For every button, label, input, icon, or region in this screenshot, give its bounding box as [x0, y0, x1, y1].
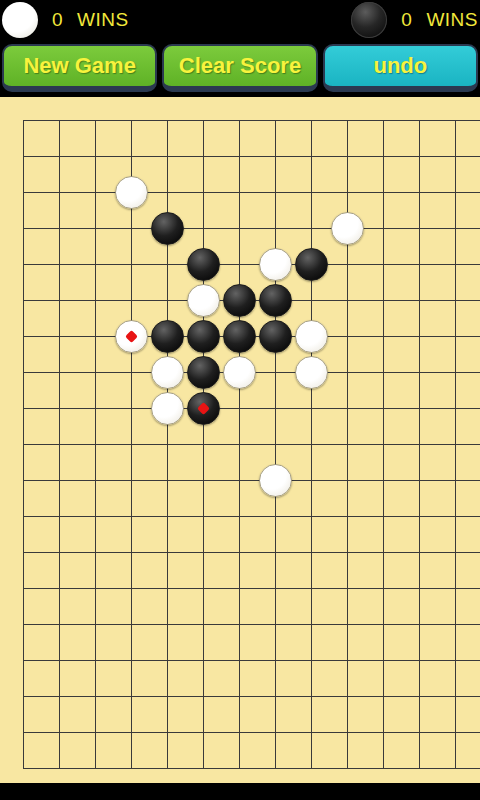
intersection[interactable] [5, 462, 41, 498]
intersection[interactable] [437, 174, 473, 210]
intersection[interactable] [77, 606, 113, 642]
intersection[interactable] [437, 282, 473, 318]
last-move-marker [197, 402, 210, 415]
intersection[interactable] [77, 282, 113, 318]
intersection[interactable] [365, 246, 401, 282]
intersection[interactable] [401, 246, 437, 282]
white-stone [259, 464, 292, 497]
intersection[interactable] [149, 174, 185, 210]
white-stone [259, 248, 292, 281]
intersection[interactable] [293, 678, 329, 714]
intersection[interactable] [5, 390, 41, 426]
intersection[interactable] [113, 102, 149, 138]
intersection[interactable] [77, 462, 113, 498]
intersection[interactable] [149, 606, 185, 642]
intersection[interactable] [365, 354, 401, 390]
intersection[interactable] [257, 282, 293, 318]
intersection[interactable] [41, 570, 77, 606]
black-stone [187, 320, 220, 353]
intersection[interactable] [221, 714, 257, 750]
intersection[interactable] [293, 318, 329, 354]
intersection[interactable] [77, 174, 113, 210]
intersection[interactable] [329, 318, 365, 354]
intersection[interactable] [221, 678, 257, 714]
intersection[interactable] [401, 462, 437, 498]
intersection[interactable] [293, 102, 329, 138]
white-stone [223, 356, 256, 389]
intersection[interactable] [401, 606, 437, 642]
intersection[interactable] [293, 498, 329, 534]
intersection[interactable] [185, 102, 221, 138]
intersection[interactable] [113, 498, 149, 534]
intersection[interactable] [365, 606, 401, 642]
intersection[interactable] [77, 714, 113, 750]
intersection[interactable] [5, 210, 41, 246]
intersection[interactable] [221, 426, 257, 462]
intersection[interactable] [77, 102, 113, 138]
intersection[interactable] [77, 138, 113, 174]
intersection[interactable] [329, 534, 365, 570]
intersection[interactable] [401, 678, 437, 714]
intersection[interactable] [185, 282, 221, 318]
intersection[interactable] [77, 318, 113, 354]
intersection[interactable] [401, 102, 437, 138]
app-screen: 0 WINS 0 WINS New Game Clear Score undo [0, 0, 480, 800]
intersection[interactable] [149, 102, 185, 138]
intersection[interactable] [5, 354, 41, 390]
intersection[interactable] [329, 606, 365, 642]
intersection[interactable] [437, 246, 473, 282]
intersection[interactable] [185, 210, 221, 246]
intersection[interactable] [257, 750, 293, 786]
intersection[interactable] [77, 246, 113, 282]
intersection[interactable] [329, 138, 365, 174]
intersection[interactable] [401, 354, 437, 390]
white-stone [151, 356, 184, 389]
gomoku-board[interactable] [0, 97, 480, 783]
intersection[interactable] [41, 498, 77, 534]
intersection[interactable] [113, 642, 149, 678]
intersection[interactable] [365, 534, 401, 570]
intersection[interactable] [185, 246, 221, 282]
white-stone [295, 320, 328, 353]
intersection[interactable] [5, 318, 41, 354]
toolbar: New Game Clear Score undo [0, 44, 480, 92]
intersection[interactable] [113, 534, 149, 570]
intersection[interactable] [329, 246, 365, 282]
undo-button[interactable]: undo [323, 44, 478, 92]
intersection[interactable] [437, 138, 473, 174]
black-stone [187, 248, 220, 281]
intersection[interactable] [257, 246, 293, 282]
intersection[interactable] [113, 390, 149, 426]
intersection[interactable] [365, 750, 401, 786]
intersection[interactable] [41, 246, 77, 282]
intersection[interactable] [293, 390, 329, 426]
intersection[interactable] [77, 678, 113, 714]
intersection[interactable] [437, 606, 473, 642]
bottom-bar [0, 783, 480, 800]
intersection[interactable] [77, 426, 113, 462]
white-wins-count: 0 [52, 9, 63, 31]
black-stone [259, 284, 292, 317]
intersection[interactable] [77, 534, 113, 570]
intersection[interactable] [41, 678, 77, 714]
last-move-marker [125, 330, 138, 343]
intersection[interactable] [113, 138, 149, 174]
clear-score-button[interactable]: Clear Score [162, 44, 317, 92]
intersection[interactable] [221, 102, 257, 138]
intersection[interactable] [221, 570, 257, 606]
new-game-button[interactable]: New Game [2, 44, 157, 92]
intersection[interactable] [257, 426, 293, 462]
intersection[interactable] [401, 642, 437, 678]
intersection[interactable] [221, 462, 257, 498]
intersection[interactable] [113, 426, 149, 462]
intersection[interactable] [401, 318, 437, 354]
intersection[interactable] [293, 210, 329, 246]
intersection[interactable] [221, 210, 257, 246]
intersection[interactable] [437, 390, 473, 426]
intersection[interactable] [293, 138, 329, 174]
intersection[interactable] [401, 534, 437, 570]
intersection[interactable] [41, 606, 77, 642]
intersection[interactable] [221, 534, 257, 570]
intersection[interactable] [437, 498, 473, 534]
intersection[interactable] [293, 174, 329, 210]
board-intersections [5, 102, 473, 786]
intersection[interactable] [329, 462, 365, 498]
intersection[interactable] [221, 750, 257, 786]
intersection[interactable] [185, 678, 221, 714]
intersection[interactable] [185, 318, 221, 354]
intersection[interactable] [257, 534, 293, 570]
intersection[interactable] [401, 282, 437, 318]
intersection[interactable] [437, 714, 473, 750]
intersection[interactable] [401, 390, 437, 426]
intersection[interactable] [185, 498, 221, 534]
intersection[interactable] [293, 534, 329, 570]
intersection[interactable] [5, 174, 41, 210]
intersection[interactable] [437, 426, 473, 462]
intersection[interactable] [113, 606, 149, 642]
intersection[interactable] [365, 102, 401, 138]
black-stone [151, 320, 184, 353]
black-stone [259, 320, 292, 353]
black-stone [223, 320, 256, 353]
intersection[interactable] [365, 210, 401, 246]
intersection[interactable] [329, 390, 365, 426]
intersection[interactable] [41, 534, 77, 570]
intersection[interactable] [257, 462, 293, 498]
intersection[interactable] [185, 426, 221, 462]
intersection[interactable] [5, 714, 41, 750]
intersection[interactable] [77, 642, 113, 678]
intersection[interactable] [5, 570, 41, 606]
intersection[interactable] [437, 534, 473, 570]
black-score: 0 WINS [351, 2, 478, 38]
intersection[interactable] [437, 210, 473, 246]
intersection[interactable] [437, 678, 473, 714]
intersection[interactable] [437, 102, 473, 138]
intersection[interactable] [113, 678, 149, 714]
intersection[interactable] [257, 210, 293, 246]
intersection[interactable] [113, 714, 149, 750]
intersection[interactable] [401, 750, 437, 786]
intersection[interactable] [5, 138, 41, 174]
intersection[interactable] [329, 498, 365, 534]
intersection[interactable] [293, 426, 329, 462]
intersection[interactable] [113, 750, 149, 786]
white-score: 0 WINS [2, 2, 129, 38]
intersection[interactable] [221, 246, 257, 282]
white-stone [331, 212, 364, 245]
intersection[interactable] [41, 354, 77, 390]
intersection[interactable] [365, 174, 401, 210]
intersection[interactable] [293, 246, 329, 282]
intersection[interactable] [113, 246, 149, 282]
intersection[interactable] [365, 318, 401, 354]
intersection[interactable] [329, 570, 365, 606]
intersection[interactable] [365, 462, 401, 498]
intersection[interactable] [401, 570, 437, 606]
intersection[interactable] [437, 642, 473, 678]
intersection[interactable] [113, 282, 149, 318]
intersection[interactable] [113, 318, 149, 354]
intersection[interactable] [221, 606, 257, 642]
intersection[interactable] [77, 354, 113, 390]
intersection[interactable] [257, 102, 293, 138]
intersection[interactable] [41, 390, 77, 426]
intersection[interactable] [365, 138, 401, 174]
intersection[interactable] [41, 210, 77, 246]
black-wins-label: WINS [426, 9, 478, 31]
intersection[interactable] [149, 246, 185, 282]
white-stone-icon [2, 2, 38, 38]
intersection[interactable] [113, 210, 149, 246]
intersection[interactable] [257, 138, 293, 174]
intersection[interactable] [149, 678, 185, 714]
intersection[interactable] [113, 462, 149, 498]
intersection[interactable] [293, 354, 329, 390]
intersection[interactable] [365, 498, 401, 534]
intersection[interactable] [5, 642, 41, 678]
intersection[interactable] [437, 354, 473, 390]
intersection[interactable] [437, 570, 473, 606]
intersection[interactable] [329, 714, 365, 750]
white-stone [295, 356, 328, 389]
intersection[interactable] [41, 426, 77, 462]
white-stone [115, 176, 148, 209]
black-stone-icon [351, 2, 387, 38]
intersection[interactable] [149, 426, 185, 462]
intersection[interactable] [149, 498, 185, 534]
intersection[interactable] [185, 714, 221, 750]
intersection[interactable] [185, 138, 221, 174]
intersection[interactable] [257, 642, 293, 678]
black-stone [151, 212, 184, 245]
intersection[interactable] [41, 138, 77, 174]
intersection[interactable] [149, 390, 185, 426]
intersection[interactable] [77, 498, 113, 534]
intersection[interactable] [257, 570, 293, 606]
intersection[interactable] [437, 318, 473, 354]
intersection[interactable] [5, 102, 41, 138]
intersection[interactable] [257, 606, 293, 642]
intersection[interactable] [293, 462, 329, 498]
intersection[interactable] [365, 390, 401, 426]
intersection[interactable] [185, 354, 221, 390]
intersection[interactable] [437, 750, 473, 786]
intersection[interactable] [221, 138, 257, 174]
intersection[interactable] [365, 570, 401, 606]
intersection[interactable] [5, 282, 41, 318]
intersection[interactable] [293, 606, 329, 642]
intersection[interactable] [401, 498, 437, 534]
intersection[interactable] [437, 462, 473, 498]
intersection[interactable] [221, 642, 257, 678]
score-bar: 0 WINS 0 WINS [0, 0, 480, 40]
intersection[interactable] [5, 606, 41, 642]
intersection[interactable] [185, 750, 221, 786]
intersection[interactable] [113, 174, 149, 210]
intersection[interactable] [293, 714, 329, 750]
intersection[interactable] [77, 390, 113, 426]
intersection[interactable] [149, 354, 185, 390]
intersection[interactable] [401, 138, 437, 174]
intersection[interactable] [257, 390, 293, 426]
intersection[interactable] [77, 210, 113, 246]
intersection[interactable] [329, 678, 365, 714]
intersection[interactable] [221, 354, 257, 390]
intersection[interactable] [329, 102, 365, 138]
black-stone [295, 248, 328, 281]
intersection[interactable] [221, 390, 257, 426]
intersection[interactable] [329, 426, 365, 462]
intersection[interactable] [149, 318, 185, 354]
intersection[interactable] [257, 354, 293, 390]
black-wins-count: 0 [401, 9, 412, 31]
intersection[interactable] [41, 318, 77, 354]
intersection[interactable] [329, 750, 365, 786]
intersection[interactable] [257, 174, 293, 210]
intersection[interactable] [257, 318, 293, 354]
black-stone [223, 284, 256, 317]
white-stone [151, 392, 184, 425]
intersection[interactable] [293, 570, 329, 606]
intersection[interactable] [293, 750, 329, 786]
intersection[interactable] [149, 210, 185, 246]
intersection[interactable] [185, 174, 221, 210]
intersection[interactable] [329, 354, 365, 390]
intersection[interactable] [77, 750, 113, 786]
intersection[interactable] [185, 390, 221, 426]
intersection[interactable] [149, 462, 185, 498]
intersection[interactable] [149, 138, 185, 174]
intersection[interactable] [221, 282, 257, 318]
intersection[interactable] [401, 174, 437, 210]
intersection[interactable] [41, 714, 77, 750]
intersection[interactable] [149, 750, 185, 786]
intersection[interactable] [41, 102, 77, 138]
intersection[interactable] [365, 678, 401, 714]
intersection[interactable] [149, 570, 185, 606]
intersection[interactable] [185, 462, 221, 498]
intersection[interactable] [5, 534, 41, 570]
intersection[interactable] [365, 426, 401, 462]
intersection[interactable] [329, 282, 365, 318]
intersection[interactable] [149, 642, 185, 678]
intersection[interactable] [257, 678, 293, 714]
intersection[interactable] [149, 534, 185, 570]
intersection[interactable] [41, 642, 77, 678]
white-stone [187, 284, 220, 317]
intersection[interactable] [5, 426, 41, 462]
intersection[interactable] [185, 642, 221, 678]
black-stone [187, 356, 220, 389]
intersection[interactable] [329, 210, 365, 246]
intersection[interactable] [257, 714, 293, 750]
intersection[interactable] [257, 498, 293, 534]
intersection[interactable] [365, 642, 401, 678]
intersection[interactable] [77, 570, 113, 606]
black-stone [187, 392, 220, 425]
intersection[interactable] [401, 714, 437, 750]
intersection[interactable] [293, 642, 329, 678]
intersection[interactable] [365, 282, 401, 318]
intersection[interactable] [5, 498, 41, 534]
intersection[interactable] [149, 282, 185, 318]
intersection[interactable] [41, 750, 77, 786]
intersection[interactable] [5, 750, 41, 786]
white-wins-label: WINS [77, 9, 129, 31]
intersection[interactable] [5, 678, 41, 714]
intersection[interactable] [401, 426, 437, 462]
intersection[interactable] [221, 174, 257, 210]
intersection[interactable] [365, 714, 401, 750]
intersection[interactable] [293, 282, 329, 318]
intersection[interactable] [221, 498, 257, 534]
intersection[interactable] [185, 570, 221, 606]
intersection[interactable] [401, 210, 437, 246]
intersection[interactable] [41, 282, 77, 318]
intersection[interactable] [149, 714, 185, 750]
intersection[interactable] [221, 318, 257, 354]
intersection[interactable] [329, 642, 365, 678]
intersection[interactable] [41, 462, 77, 498]
intersection[interactable] [113, 354, 149, 390]
intersection[interactable] [185, 606, 221, 642]
intersection[interactable] [113, 570, 149, 606]
intersection[interactable] [185, 534, 221, 570]
intersection[interactable] [329, 174, 365, 210]
intersection[interactable] [5, 246, 41, 282]
intersection[interactable] [41, 174, 77, 210]
white-stone [115, 320, 148, 353]
